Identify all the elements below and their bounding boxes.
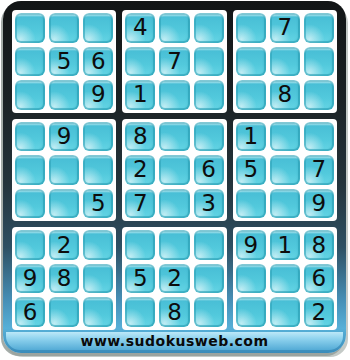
sudoku-cell [83, 297, 113, 327]
sudoku-cell [15, 155, 45, 185]
sudoku-cell [49, 13, 79, 43]
sudoku-box: 2 9 8 6 [12, 227, 116, 330]
sudoku-cell [194, 122, 224, 152]
sudoku-cell [304, 47, 334, 77]
sudoku-cell [125, 230, 155, 260]
sudoku-cell [236, 297, 266, 327]
sudoku-board: 5 6 9 4 7 1 7 8 [3, 1, 346, 330]
sudoku-cell [236, 264, 266, 294]
sudoku-cell [83, 155, 113, 185]
sudoku-cell [49, 80, 79, 110]
sudoku-cell [194, 47, 224, 77]
sudoku-cell [236, 80, 266, 110]
sudoku-cell [83, 230, 113, 260]
sudoku-cell: 2 [49, 230, 79, 260]
sudoku-cell [270, 122, 300, 152]
sudoku-box: 5 6 9 [12, 10, 116, 113]
sudoku-cell: 2 [159, 264, 189, 294]
sudoku-box: 5 2 8 [122, 227, 226, 330]
sudoku-cell [270, 155, 300, 185]
sudoku-cell [304, 122, 334, 152]
sudoku-cell: 9 [83, 80, 113, 110]
sudoku-cell: 8 [304, 230, 334, 260]
sudoku-cell [236, 47, 266, 77]
sudoku-cell [125, 47, 155, 77]
sudoku-cell: 5 [236, 155, 266, 185]
sudoku-cell [15, 80, 45, 110]
sudoku-cell [15, 122, 45, 152]
sudoku-cell [125, 297, 155, 327]
sudoku-cell [270, 264, 300, 294]
sudoku-cell: 3 [194, 189, 224, 219]
sudoku-cell: 6 [15, 297, 45, 327]
sudoku-cell [15, 230, 45, 260]
sudoku-cell: 9 [304, 189, 334, 219]
sudoku-cell [194, 80, 224, 110]
sudoku-cell: 7 [270, 13, 300, 43]
sudoku-cell [194, 13, 224, 43]
sudoku-box: 9 5 [12, 119, 116, 222]
sudoku-box: 1 5 7 9 [233, 119, 337, 222]
sudoku-cell [159, 230, 189, 260]
sudoku-cell [270, 47, 300, 77]
sudoku-cell [83, 264, 113, 294]
sudoku-cell: 8 [270, 80, 300, 110]
sudoku-cell [159, 155, 189, 185]
sudoku-box: 7 8 [233, 10, 337, 113]
sudoku-cell [270, 189, 300, 219]
sudoku-cell: 7 [304, 155, 334, 185]
sudoku-cell [49, 297, 79, 327]
sudoku-cell: 6 [304, 264, 334, 294]
sudoku-cell: 1 [125, 80, 155, 110]
sudoku-cell: 8 [125, 122, 155, 152]
sudoku-cell: 8 [49, 264, 79, 294]
sudoku-cell: 9 [236, 230, 266, 260]
sudoku-cell [49, 189, 79, 219]
sudoku-cell [194, 297, 224, 327]
sudoku-frame: 5 6 9 4 7 1 7 8 [3, 1, 346, 353]
sudoku-cell [236, 13, 266, 43]
sudoku-cell [15, 47, 45, 77]
sudoku-cell [304, 80, 334, 110]
sudoku-cell: 5 [125, 264, 155, 294]
sudoku-cell: 8 [159, 297, 189, 327]
sudoku-cell [304, 13, 334, 43]
sudoku-cell: 9 [15, 264, 45, 294]
sudoku-cell: 6 [194, 155, 224, 185]
sudoku-cell: 5 [83, 189, 113, 219]
sudoku-cell [83, 122, 113, 152]
sudoku-cell: 9 [49, 122, 79, 152]
sudoku-cell [236, 189, 266, 219]
sudoku-cell [15, 13, 45, 43]
sudoku-cell [83, 13, 113, 43]
sudoku-cell [49, 155, 79, 185]
sudoku-cell: 2 [125, 155, 155, 185]
sudoku-cell: 4 [125, 13, 155, 43]
sudoku-cell [159, 122, 189, 152]
sudoku-cell [270, 297, 300, 327]
sudoku-cell [159, 13, 189, 43]
sudoku-box: 8 2 6 7 3 [122, 119, 226, 222]
sudoku-box: 9 1 8 6 2 [233, 227, 337, 330]
sudoku-cell: 7 [159, 47, 189, 77]
sudoku-cell [15, 189, 45, 219]
sudoku-cell: 7 [125, 189, 155, 219]
sudoku-cell [194, 264, 224, 294]
sudoku-cell [194, 230, 224, 260]
sudoku-box: 4 7 1 [122, 10, 226, 113]
sudoku-cell [159, 189, 189, 219]
sudoku-cell: 5 [49, 47, 79, 77]
sudoku-cell: 2 [304, 297, 334, 327]
sudoku-cell [159, 80, 189, 110]
sudoku-cell: 6 [83, 47, 113, 77]
site-url: www.sudokusweb.com [80, 333, 268, 349]
sudoku-cell: 1 [270, 230, 300, 260]
site-footer: www.sudokusweb.com [6, 332, 343, 350]
sudoku-cell: 1 [236, 122, 266, 152]
